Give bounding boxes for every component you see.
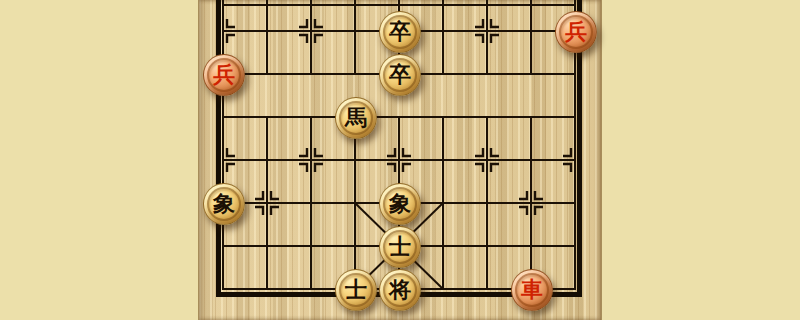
piece-glyph: 車 — [521, 279, 543, 301]
piece-glyph: 馬 — [345, 107, 367, 129]
piece-black-soldier[interactable]: 卒 — [379, 11, 421, 53]
piece-black-advisor[interactable]: 士 — [379, 226, 421, 268]
piece-glyph: 卒 — [389, 64, 411, 86]
piece-black-advisor[interactable]: 士 — [335, 269, 377, 311]
piece-black-horse[interactable]: 馬 — [335, 97, 377, 139]
piece-glyph: 象 — [213, 193, 235, 215]
piece-red-soldier[interactable]: 兵 — [203, 54, 245, 96]
piece-glyph: 兵 — [213, 64, 235, 86]
piece-glyph: 士 — [345, 279, 367, 301]
pieces-layer: 卒兵兵卒馬象象士士将車 — [0, 0, 800, 320]
piece-black-general[interactable]: 将 — [379, 269, 421, 311]
app-stage: 卒兵兵卒馬象象士士将車 — [0, 0, 800, 320]
piece-glyph: 象 — [389, 193, 411, 215]
piece-glyph: 将 — [389, 279, 411, 301]
piece-glyph: 兵 — [565, 21, 587, 43]
piece-black-elephant[interactable]: 象 — [203, 183, 245, 225]
piece-red-soldier[interactable]: 兵 — [555, 11, 597, 53]
piece-glyph: 士 — [389, 236, 411, 258]
piece-black-elephant[interactable]: 象 — [379, 183, 421, 225]
piece-black-soldier[interactable]: 卒 — [379, 54, 421, 96]
piece-red-chariot[interactable]: 車 — [511, 269, 553, 311]
piece-glyph: 卒 — [389, 21, 411, 43]
